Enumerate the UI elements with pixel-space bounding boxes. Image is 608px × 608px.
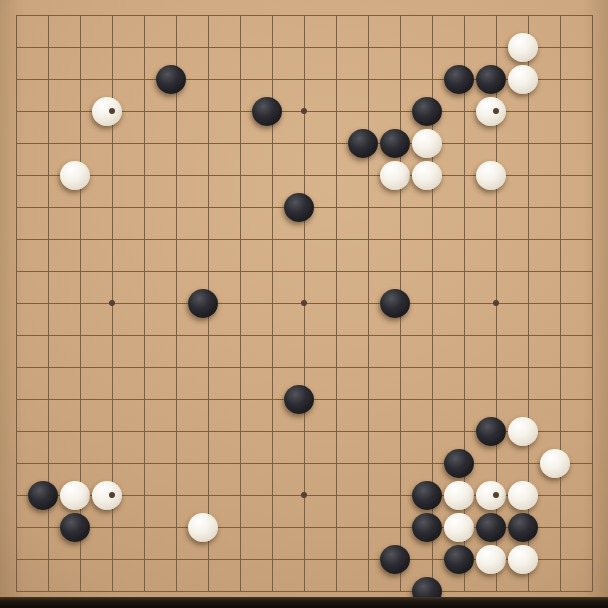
intersection[interactable] xyxy=(320,319,352,351)
intersection[interactable] xyxy=(352,319,384,351)
intersection[interactable] xyxy=(576,159,608,191)
intersection[interactable] xyxy=(128,383,160,415)
intersection[interactable] xyxy=(352,95,384,127)
intersection[interactable] xyxy=(192,159,224,191)
intersection[interactable] xyxy=(416,159,448,191)
intersection[interactable] xyxy=(576,0,608,31)
intersection[interactable] xyxy=(512,95,544,127)
intersection[interactable] xyxy=(224,479,256,511)
intersection[interactable] xyxy=(288,287,320,319)
intersection[interactable] xyxy=(352,415,384,447)
intersection[interactable] xyxy=(224,159,256,191)
intersection[interactable] xyxy=(224,223,256,255)
intersection[interactable] xyxy=(160,191,192,223)
intersection[interactable] xyxy=(32,447,64,479)
intersection[interactable] xyxy=(64,31,96,63)
intersection[interactable] xyxy=(416,127,448,159)
intersection[interactable] xyxy=(544,351,576,383)
intersection[interactable] xyxy=(32,287,64,319)
intersection[interactable] xyxy=(480,159,512,191)
intersection[interactable] xyxy=(448,191,480,223)
intersection[interactable] xyxy=(288,159,320,191)
intersection[interactable] xyxy=(512,127,544,159)
intersection[interactable] xyxy=(224,0,256,31)
intersection[interactable] xyxy=(576,351,608,383)
intersection[interactable] xyxy=(384,351,416,383)
intersection[interactable] xyxy=(0,0,32,31)
intersection[interactable] xyxy=(448,287,480,319)
intersection[interactable] xyxy=(416,191,448,223)
intersection[interactable] xyxy=(544,191,576,223)
intersection[interactable] xyxy=(288,351,320,383)
intersection[interactable] xyxy=(448,31,480,63)
intersection[interactable] xyxy=(352,191,384,223)
intersection[interactable] xyxy=(96,127,128,159)
intersection[interactable] xyxy=(288,543,320,575)
intersection[interactable] xyxy=(384,223,416,255)
intersection[interactable] xyxy=(416,319,448,351)
intersection[interactable] xyxy=(384,319,416,351)
intersection[interactable] xyxy=(64,511,96,543)
intersection[interactable] xyxy=(576,255,608,287)
intersection[interactable] xyxy=(32,63,64,95)
intersection[interactable] xyxy=(128,351,160,383)
intersection[interactable] xyxy=(576,31,608,63)
intersection[interactable] xyxy=(64,447,96,479)
intersection[interactable] xyxy=(480,351,512,383)
intersection[interactable] xyxy=(576,511,608,543)
intersection[interactable] xyxy=(288,383,320,415)
intersection[interactable] xyxy=(160,543,192,575)
intersection[interactable] xyxy=(64,63,96,95)
intersection[interactable] xyxy=(320,95,352,127)
intersection[interactable] xyxy=(160,0,192,31)
intersection[interactable] xyxy=(320,351,352,383)
intersection[interactable] xyxy=(256,511,288,543)
intersection[interactable] xyxy=(288,127,320,159)
intersection[interactable] xyxy=(128,31,160,63)
intersection[interactable] xyxy=(64,351,96,383)
intersection[interactable] xyxy=(352,351,384,383)
intersection[interactable] xyxy=(32,415,64,447)
intersection[interactable] xyxy=(96,447,128,479)
intersection[interactable] xyxy=(160,223,192,255)
intersection[interactable] xyxy=(128,543,160,575)
intersection[interactable] xyxy=(256,415,288,447)
intersection[interactable] xyxy=(384,191,416,223)
intersection[interactable] xyxy=(224,383,256,415)
intersection[interactable] xyxy=(160,383,192,415)
intersection[interactable] xyxy=(544,383,576,415)
intersection[interactable] xyxy=(320,0,352,31)
intersection[interactable] xyxy=(128,159,160,191)
intersection[interactable] xyxy=(32,319,64,351)
intersection[interactable] xyxy=(192,287,224,319)
intersection[interactable] xyxy=(128,447,160,479)
intersection[interactable] xyxy=(512,351,544,383)
intersection[interactable] xyxy=(544,63,576,95)
intersection[interactable] xyxy=(160,31,192,63)
intersection[interactable] xyxy=(128,95,160,127)
intersection[interactable] xyxy=(416,287,448,319)
intersection[interactable] xyxy=(288,191,320,223)
intersection[interactable] xyxy=(352,383,384,415)
intersection[interactable] xyxy=(32,223,64,255)
intersection[interactable] xyxy=(288,0,320,31)
intersection[interactable] xyxy=(288,447,320,479)
intersection[interactable] xyxy=(352,63,384,95)
intersection[interactable] xyxy=(384,543,416,575)
intersection[interactable] xyxy=(576,223,608,255)
intersection[interactable] xyxy=(576,383,608,415)
intersection[interactable] xyxy=(544,447,576,479)
intersection[interactable] xyxy=(192,0,224,31)
intersection[interactable] xyxy=(256,159,288,191)
intersection[interactable] xyxy=(384,383,416,415)
intersection[interactable] xyxy=(32,255,64,287)
intersection[interactable] xyxy=(544,543,576,575)
intersection[interactable] xyxy=(544,159,576,191)
intersection[interactable] xyxy=(160,415,192,447)
intersection[interactable] xyxy=(256,351,288,383)
intersection[interactable] xyxy=(96,479,128,511)
intersection[interactable] xyxy=(544,479,576,511)
intersection[interactable] xyxy=(256,31,288,63)
intersection[interactable] xyxy=(544,95,576,127)
intersection[interactable] xyxy=(256,319,288,351)
intersection[interactable] xyxy=(96,543,128,575)
intersection[interactable] xyxy=(160,479,192,511)
intersection[interactable] xyxy=(64,127,96,159)
intersection[interactable] xyxy=(32,31,64,63)
intersection[interactable] xyxy=(544,255,576,287)
intersection[interactable] xyxy=(192,415,224,447)
intersection[interactable] xyxy=(64,255,96,287)
intersection[interactable] xyxy=(512,415,544,447)
intersection[interactable] xyxy=(160,319,192,351)
intersection[interactable] xyxy=(160,127,192,159)
intersection[interactable] xyxy=(96,95,128,127)
intersection[interactable] xyxy=(64,543,96,575)
intersection[interactable] xyxy=(512,63,544,95)
intersection[interactable] xyxy=(192,319,224,351)
intersection[interactable] xyxy=(288,479,320,511)
intersection[interactable] xyxy=(512,31,544,63)
intersection[interactable] xyxy=(224,127,256,159)
intersection[interactable] xyxy=(512,223,544,255)
intersection[interactable] xyxy=(544,223,576,255)
intersection[interactable] xyxy=(224,511,256,543)
intersection[interactable] xyxy=(160,447,192,479)
intersection[interactable] xyxy=(320,511,352,543)
intersection[interactable] xyxy=(224,415,256,447)
intersection[interactable] xyxy=(32,95,64,127)
intersection[interactable] xyxy=(0,543,32,575)
intersection[interactable] xyxy=(288,415,320,447)
intersection[interactable] xyxy=(320,255,352,287)
intersection[interactable] xyxy=(224,63,256,95)
intersection[interactable] xyxy=(192,223,224,255)
intersection[interactable] xyxy=(288,319,320,351)
intersection[interactable] xyxy=(96,351,128,383)
intersection[interactable] xyxy=(96,287,128,319)
intersection[interactable] xyxy=(320,63,352,95)
intersection[interactable] xyxy=(480,287,512,319)
intersection[interactable] xyxy=(0,127,32,159)
intersection[interactable] xyxy=(384,447,416,479)
intersection[interactable] xyxy=(192,351,224,383)
intersection[interactable] xyxy=(256,0,288,31)
intersection[interactable] xyxy=(0,159,32,191)
intersection[interactable] xyxy=(544,287,576,319)
intersection[interactable] xyxy=(64,415,96,447)
intersection[interactable] xyxy=(256,255,288,287)
intersection[interactable] xyxy=(320,543,352,575)
intersection[interactable] xyxy=(128,511,160,543)
intersection[interactable] xyxy=(416,383,448,415)
intersection[interactable] xyxy=(256,447,288,479)
intersection[interactable] xyxy=(64,223,96,255)
intersection[interactable] xyxy=(96,319,128,351)
intersection[interactable] xyxy=(256,223,288,255)
intersection[interactable] xyxy=(192,191,224,223)
intersection[interactable] xyxy=(0,415,32,447)
intersection[interactable] xyxy=(448,447,480,479)
intersection[interactable] xyxy=(96,511,128,543)
intersection[interactable] xyxy=(352,479,384,511)
intersection[interactable] xyxy=(480,0,512,31)
intersection[interactable] xyxy=(0,191,32,223)
intersection[interactable] xyxy=(224,191,256,223)
intersection[interactable] xyxy=(480,383,512,415)
intersection[interactable] xyxy=(544,319,576,351)
intersection[interactable] xyxy=(480,223,512,255)
intersection[interactable] xyxy=(480,191,512,223)
intersection[interactable] xyxy=(320,191,352,223)
intersection[interactable] xyxy=(416,351,448,383)
intersection[interactable] xyxy=(192,31,224,63)
intersection[interactable] xyxy=(320,383,352,415)
intersection[interactable] xyxy=(256,127,288,159)
intersection[interactable] xyxy=(192,479,224,511)
intersection[interactable] xyxy=(544,31,576,63)
intersection[interactable] xyxy=(224,543,256,575)
intersection[interactable] xyxy=(224,351,256,383)
intersection[interactable] xyxy=(32,0,64,31)
intersection[interactable] xyxy=(288,511,320,543)
intersection[interactable] xyxy=(192,447,224,479)
intersection[interactable] xyxy=(576,415,608,447)
intersection[interactable] xyxy=(64,191,96,223)
intersection[interactable] xyxy=(96,31,128,63)
intersection[interactable] xyxy=(0,255,32,287)
intersection[interactable] xyxy=(128,287,160,319)
intersection[interactable] xyxy=(96,191,128,223)
intersection[interactable] xyxy=(0,383,32,415)
intersection[interactable] xyxy=(416,223,448,255)
intersection[interactable] xyxy=(224,287,256,319)
intersection[interactable] xyxy=(512,287,544,319)
intersection[interactable] xyxy=(352,223,384,255)
intersection[interactable] xyxy=(416,95,448,127)
intersection[interactable] xyxy=(352,31,384,63)
intersection[interactable] xyxy=(480,127,512,159)
intersection[interactable] xyxy=(64,0,96,31)
intersection[interactable] xyxy=(512,383,544,415)
intersection[interactable] xyxy=(32,383,64,415)
intersection[interactable] xyxy=(32,543,64,575)
intersection[interactable] xyxy=(320,31,352,63)
intersection[interactable] xyxy=(160,255,192,287)
intersection[interactable] xyxy=(448,127,480,159)
intersection[interactable] xyxy=(64,383,96,415)
intersection[interactable] xyxy=(160,63,192,95)
intersection[interactable] xyxy=(576,479,608,511)
intersection[interactable] xyxy=(512,479,544,511)
intersection[interactable] xyxy=(0,351,32,383)
intersection[interactable] xyxy=(544,127,576,159)
intersection[interactable] xyxy=(192,255,224,287)
intersection[interactable] xyxy=(512,159,544,191)
intersection[interactable] xyxy=(480,447,512,479)
intersection[interactable] xyxy=(576,127,608,159)
intersection[interactable] xyxy=(128,415,160,447)
intersection[interactable] xyxy=(0,95,32,127)
intersection[interactable] xyxy=(288,31,320,63)
intersection[interactable] xyxy=(224,255,256,287)
intersection[interactable] xyxy=(128,255,160,287)
intersection[interactable] xyxy=(128,0,160,31)
intersection[interactable] xyxy=(576,95,608,127)
intersection[interactable] xyxy=(0,63,32,95)
intersection[interactable] xyxy=(576,319,608,351)
intersection[interactable] xyxy=(320,447,352,479)
intersection[interactable] xyxy=(0,511,32,543)
intersection[interactable] xyxy=(480,319,512,351)
intersection[interactable] xyxy=(320,159,352,191)
intersection[interactable] xyxy=(96,255,128,287)
intersection[interactable] xyxy=(192,383,224,415)
intersection[interactable] xyxy=(160,351,192,383)
intersection[interactable] xyxy=(576,543,608,575)
intersection[interactable] xyxy=(0,287,32,319)
intersection[interactable] xyxy=(192,63,224,95)
intersection[interactable] xyxy=(256,479,288,511)
intersection[interactable] xyxy=(512,255,544,287)
intersection[interactable] xyxy=(416,255,448,287)
intersection[interactable] xyxy=(448,351,480,383)
intersection[interactable] xyxy=(384,31,416,63)
intersection[interactable] xyxy=(448,0,480,31)
intersection[interactable] xyxy=(512,543,544,575)
intersection[interactable] xyxy=(320,415,352,447)
intersection[interactable] xyxy=(96,223,128,255)
intersection[interactable] xyxy=(96,63,128,95)
intersection[interactable] xyxy=(384,287,416,319)
intersection[interactable] xyxy=(192,511,224,543)
intersection[interactable] xyxy=(352,255,384,287)
intersection[interactable] xyxy=(192,543,224,575)
intersection[interactable] xyxy=(128,191,160,223)
intersection[interactable] xyxy=(448,383,480,415)
intersection[interactable] xyxy=(96,415,128,447)
intersection[interactable] xyxy=(192,127,224,159)
intersection[interactable] xyxy=(32,191,64,223)
intersection[interactable] xyxy=(448,223,480,255)
intersection[interactable] xyxy=(0,319,32,351)
intersection[interactable] xyxy=(256,287,288,319)
intersection[interactable] xyxy=(576,63,608,95)
intersection[interactable] xyxy=(480,255,512,287)
intersection[interactable] xyxy=(256,63,288,95)
intersection[interactable] xyxy=(416,0,448,31)
intersection[interactable] xyxy=(320,479,352,511)
intersection[interactable] xyxy=(128,479,160,511)
intersection[interactable] xyxy=(320,223,352,255)
intersection[interactable] xyxy=(256,95,288,127)
intersection[interactable] xyxy=(544,511,576,543)
intersection[interactable] xyxy=(416,31,448,63)
intersection[interactable] xyxy=(416,415,448,447)
intersection[interactable] xyxy=(544,415,576,447)
intersection[interactable] xyxy=(32,351,64,383)
intersection[interactable] xyxy=(160,95,192,127)
intersection[interactable] xyxy=(288,223,320,255)
intersection[interactable] xyxy=(160,159,192,191)
intersection[interactable] xyxy=(128,127,160,159)
intersection[interactable] xyxy=(448,255,480,287)
intersection[interactable] xyxy=(384,0,416,31)
intersection[interactable] xyxy=(128,223,160,255)
intersection[interactable] xyxy=(224,447,256,479)
intersection[interactable] xyxy=(192,95,224,127)
intersection[interactable] xyxy=(96,383,128,415)
intersection[interactable] xyxy=(512,319,544,351)
intersection[interactable] xyxy=(224,31,256,63)
intersection[interactable] xyxy=(480,95,512,127)
intersection[interactable] xyxy=(576,447,608,479)
intersection[interactable] xyxy=(576,287,608,319)
intersection[interactable] xyxy=(0,31,32,63)
intersection[interactable] xyxy=(512,0,544,31)
intersection[interactable] xyxy=(32,127,64,159)
intersection[interactable] xyxy=(384,63,416,95)
intersection[interactable] xyxy=(384,415,416,447)
intersection[interactable] xyxy=(288,95,320,127)
intersection[interactable] xyxy=(0,223,32,255)
intersection[interactable] xyxy=(96,0,128,31)
intersection[interactable] xyxy=(288,63,320,95)
intersection[interactable] xyxy=(64,287,96,319)
intersection[interactable] xyxy=(0,447,32,479)
intersection[interactable] xyxy=(320,287,352,319)
intersection[interactable] xyxy=(96,159,128,191)
intersection[interactable] xyxy=(256,543,288,575)
intersection[interactable] xyxy=(384,255,416,287)
intersection[interactable] xyxy=(544,0,576,31)
intersection[interactable] xyxy=(352,447,384,479)
intersection[interactable] xyxy=(64,319,96,351)
intersection[interactable] xyxy=(512,511,544,543)
intersection[interactable] xyxy=(448,319,480,351)
intersection[interactable] xyxy=(512,191,544,223)
intersection[interactable] xyxy=(64,159,96,191)
intersection[interactable] xyxy=(352,511,384,543)
intersection[interactable] xyxy=(224,319,256,351)
intersection[interactable] xyxy=(128,319,160,351)
intersection[interactable] xyxy=(288,255,320,287)
intersection[interactable] xyxy=(576,191,608,223)
